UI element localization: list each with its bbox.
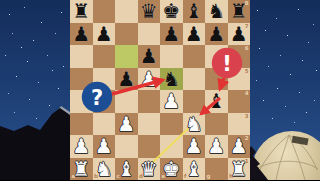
piece-black-p-f7[interactable]: ♟ (183, 23, 206, 46)
scene: 8765432abcdefg1h ♜♛♚♝♞♜♟♟♟♟♟♟♟♟♞♝♟♟♟♞♟♟♟… (0, 0, 320, 180)
square-c4[interactable] (115, 90, 138, 113)
piece-black-p-d6[interactable]: ♟ (138, 45, 161, 68)
square-e6[interactable] (160, 45, 183, 68)
rank-label-5: 5 (245, 69, 249, 75)
piece-white-q-d1[interactable]: ♛ (138, 158, 161, 181)
stars-left (0, 0, 1, 1)
rank-label-4: 4 (245, 91, 249, 97)
square-h3[interactable]: 3 (228, 113, 251, 136)
square-d7[interactable] (138, 23, 161, 46)
piece-white-p-c3[interactable]: ♟ (115, 113, 138, 136)
piece-white-n-f3[interactable]: ♞ (183, 113, 206, 136)
piece-black-q-d8[interactable]: ♛ (138, 0, 161, 23)
piece-white-p-f2[interactable]: ♟ (183, 135, 206, 158)
piece-black-r-a8[interactable]: ♜ (70, 0, 93, 23)
square-c7[interactable] (115, 23, 138, 46)
square-e2[interactable] (160, 135, 183, 158)
square-g3[interactable] (205, 113, 228, 136)
square-e3[interactable] (160, 113, 183, 136)
piece-black-b-g4[interactable]: ♝ (205, 90, 228, 113)
square-h4[interactable]: 4 (228, 90, 251, 113)
square-c2[interactable] (115, 135, 138, 158)
piece-black-p-g7[interactable]: ♟ (205, 23, 228, 46)
piece-black-p-e7[interactable]: ♟ (160, 23, 183, 46)
piece-white-p-g2[interactable]: ♟ (205, 135, 228, 158)
piece-white-p-e4[interactable]: ♟ (160, 90, 183, 113)
square-d3[interactable] (138, 113, 161, 136)
square-a6[interactable] (70, 45, 93, 68)
rank-label-3: 3 (245, 114, 249, 120)
square-g1[interactable]: g (205, 158, 228, 181)
camping-tent (246, 128, 320, 180)
square-c8[interactable] (115, 0, 138, 23)
square-b4[interactable] (93, 90, 116, 113)
piece-white-p-a2[interactable]: ♟ (70, 135, 93, 158)
square-c6[interactable] (115, 45, 138, 68)
piece-white-n-b1[interactable]: ♞ (93, 158, 116, 181)
chess-board: 8765432abcdefg1h ♜♛♚♝♞♜♟♟♟♟♟♟♟♟♞♝♟♟♟♞♟♟♟… (70, 0, 250, 180)
piece-white-r-h1[interactable]: ♜ (228, 158, 251, 181)
piece-white-p-b2[interactable]: ♟ (93, 135, 116, 158)
piece-black-p-c5[interactable]: ♟ (115, 68, 138, 91)
piece-black-n-g8[interactable]: ♞ (205, 0, 228, 23)
piece-black-k-e8[interactable]: ♚ (160, 0, 183, 23)
square-f5[interactable] (183, 68, 206, 91)
piece-white-p-h2[interactable]: ♟ (228, 135, 251, 158)
piece-black-p-h7[interactable]: ♟ (228, 23, 251, 46)
square-f6[interactable] (183, 45, 206, 68)
file-label-g: g (207, 174, 211, 180)
square-b5[interactable] (93, 68, 116, 91)
tent-vent-panel (292, 136, 309, 146)
piece-black-p-a7[interactable]: ♟ (70, 23, 93, 46)
piece-black-n-e5[interactable]: ♞ (160, 68, 183, 91)
piece-white-k-e1[interactable]: ♚ (160, 158, 183, 181)
rank-label-6: 6 (245, 46, 249, 52)
square-b6[interactable] (93, 45, 116, 68)
piece-black-r-h8[interactable]: ♜ (228, 0, 251, 23)
square-a4[interactable] (70, 90, 93, 113)
square-h5[interactable]: 5 (228, 68, 251, 91)
piece-white-r-a1[interactable]: ♜ (70, 158, 93, 181)
square-a5[interactable] (70, 68, 93, 91)
square-b3[interactable] (93, 113, 116, 136)
piece-black-p-b7[interactable]: ♟ (93, 23, 116, 46)
piece-black-b-f8[interactable]: ♝ (183, 0, 206, 23)
square-g6[interactable] (205, 45, 228, 68)
piece-white-b-f1[interactable]: ♝ (183, 158, 206, 181)
stars-right (250, 0, 251, 1)
square-b8[interactable] (93, 0, 116, 23)
square-f4[interactable] (183, 90, 206, 113)
square-h6[interactable]: 6 (228, 45, 251, 68)
piece-white-b-c1[interactable]: ♝ (115, 158, 138, 181)
square-d4[interactable] (138, 90, 161, 113)
piece-white-p-d5[interactable]: ♟ (138, 68, 161, 91)
square-d2[interactable] (138, 135, 161, 158)
square-a3[interactable] (70, 113, 93, 136)
square-g5[interactable] (205, 68, 228, 91)
